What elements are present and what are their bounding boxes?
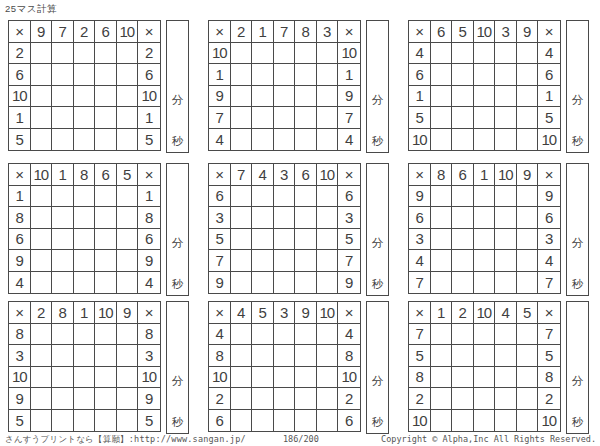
row-header-repeat-cell: 2 [338, 388, 360, 410]
row-header-repeat-cell: 5 [538, 345, 560, 367]
answer-cell [517, 272, 539, 294]
answer-cell [31, 272, 53, 294]
answer-cell [31, 250, 53, 272]
row-header-repeat-cell: 2 [538, 388, 560, 410]
answer-cell [274, 186, 296, 208]
row-header-cell: 7 [409, 324, 431, 346]
answer-cell [52, 64, 74, 86]
row-header-cell: 6 [409, 64, 431, 86]
seconds-label: 秒 [367, 415, 388, 430]
answer-cell [52, 388, 74, 410]
answer-cell [95, 324, 117, 346]
answer-cell [474, 410, 496, 432]
answer-cell [231, 250, 253, 272]
answer-cell [231, 229, 253, 251]
row-header-cell: 10 [9, 86, 31, 108]
answer-cell [474, 86, 496, 108]
col-header-cell: 1 [252, 21, 274, 43]
row-header-cell: 8 [209, 345, 231, 367]
answer-cell [31, 129, 53, 151]
answer-cell [452, 43, 474, 65]
row-header-repeat-cell: 9 [138, 388, 160, 410]
col-header-cell: 9 [117, 302, 139, 324]
answer-cell [252, 250, 274, 272]
time-box: 分 秒 [166, 163, 189, 296]
answer-cell [495, 186, 517, 208]
seconds-label: 秒 [567, 134, 588, 149]
row-header-cell: 7 [209, 250, 231, 272]
minutes-label: 分 [567, 93, 588, 108]
answer-cell [295, 345, 317, 367]
row-header-repeat-cell: 1 [538, 86, 560, 108]
multiplication-grid: ×651039×446611551010 [408, 20, 561, 151]
answer-cell [252, 64, 274, 86]
col-header-cell: 9 [517, 21, 539, 43]
answer-cell [252, 229, 274, 251]
answer-cell [231, 207, 253, 229]
answer-cell [452, 186, 474, 208]
drill-unit: ×651039×446611551010 分 秒 [408, 20, 590, 153]
time-box: 分 秒 [366, 163, 389, 296]
answer-cell [31, 43, 53, 65]
answer-cell [452, 410, 474, 432]
answer-cell [452, 250, 474, 272]
answer-cell [274, 345, 296, 367]
answer-cell [95, 367, 117, 389]
answer-cell [474, 207, 496, 229]
drill-unit: ×21783×101011997744 分 秒 [208, 20, 390, 153]
row-header-cell: 9 [9, 250, 31, 272]
answer-cell [95, 272, 117, 294]
operator-cell: × [9, 302, 31, 324]
answer-cell [117, 86, 139, 108]
row-header-repeat-cell: 6 [338, 186, 360, 208]
answer-cell [495, 207, 517, 229]
answer-cell [452, 272, 474, 294]
answer-cell [117, 367, 139, 389]
operator-cell: × [209, 21, 231, 43]
multiplication-grid: ×743610×6633557799 [208, 163, 361, 294]
answer-cell [517, 186, 539, 208]
seconds-label: 秒 [567, 277, 588, 292]
answer-cell [495, 86, 517, 108]
seconds-label: 秒 [167, 415, 188, 430]
seconds-label: 秒 [367, 134, 388, 149]
row-header-cell: 5 [409, 345, 431, 367]
operator-cell: × [138, 164, 160, 186]
time-box: 分 秒 [566, 301, 589, 434]
row-header-repeat-cell: 9 [138, 250, 160, 272]
answer-cell [295, 43, 317, 65]
site-link-text: さんすうプリントなら【算願】:http://www.sangan.jp/ [5, 434, 246, 446]
answer-cell [295, 250, 317, 272]
col-header-cell: 2 [31, 302, 53, 324]
row-header-repeat-cell: 6 [138, 64, 160, 86]
row-header-cell: 1 [9, 186, 31, 208]
row-header-repeat-cell: 4 [338, 324, 360, 346]
answer-cell [495, 367, 517, 389]
answer-cell [95, 107, 117, 129]
row-header-cell: 9 [209, 86, 231, 108]
answer-cell [431, 367, 453, 389]
answer-cell [517, 410, 539, 432]
answer-cell [495, 107, 517, 129]
answer-cell [431, 129, 453, 151]
answer-cell [495, 410, 517, 432]
answer-cell [517, 107, 539, 129]
col-header-cell: 5 [452, 21, 474, 43]
row-header-repeat-cell: 6 [538, 207, 560, 229]
answer-cell [495, 345, 517, 367]
row-header-repeat-cell: 10 [138, 367, 160, 389]
answer-cell [252, 207, 274, 229]
col-header-cell: 6 [431, 21, 453, 43]
row-header-repeat-cell: 1 [338, 64, 360, 86]
answer-cell [74, 229, 96, 251]
minutes-label: 分 [167, 236, 188, 251]
col-header-cell: 9 [31, 21, 53, 43]
answer-cell [231, 410, 253, 432]
seconds-label: 秒 [367, 277, 388, 292]
answer-cell [117, 324, 139, 346]
answer-cell [95, 250, 117, 272]
answer-cell [95, 129, 117, 151]
answer-cell [495, 229, 517, 251]
answer-cell [431, 43, 453, 65]
answer-cell [231, 129, 253, 151]
answer-cell [117, 388, 139, 410]
answer-cell [517, 129, 539, 151]
answer-cell [517, 367, 539, 389]
col-header-cell: 9 [295, 302, 317, 324]
row-header-repeat-cell: 6 [538, 64, 560, 86]
row-header-cell: 6 [209, 410, 231, 432]
answer-cell [517, 250, 539, 272]
answer-cell [452, 107, 474, 129]
row-header-cell: 2 [209, 388, 231, 410]
row-header-cell: 3 [209, 207, 231, 229]
col-header-cell: 10 [474, 21, 496, 43]
answer-cell [495, 272, 517, 294]
sheet-number: 186/200 [283, 434, 319, 444]
row-header-cell: 6 [209, 186, 231, 208]
row-header-cell: 3 [9, 345, 31, 367]
operator-cell: × [338, 302, 360, 324]
multiplication-grid: ×121045×775588221010 [408, 301, 561, 432]
row-header-cell: 5 [209, 229, 231, 251]
row-header-repeat-cell: 9 [338, 86, 360, 108]
answer-cell [31, 64, 53, 86]
col-header-cell: 10 [495, 164, 517, 186]
answer-cell [295, 272, 317, 294]
time-box: 分 秒 [366, 20, 389, 153]
col-header-cell: 8 [295, 21, 317, 43]
answer-cell [317, 272, 339, 294]
row-header-repeat-cell: 4 [538, 43, 560, 65]
row-header-repeat-cell: 2 [138, 43, 160, 65]
answer-cell [431, 207, 453, 229]
row-header-cell: 9 [209, 272, 231, 294]
row-header-cell: 4 [209, 129, 231, 151]
row-header-repeat-cell: 10 [138, 86, 160, 108]
answer-cell [74, 250, 96, 272]
col-header-cell: 7 [274, 21, 296, 43]
answer-cell [495, 129, 517, 151]
answer-cell [52, 229, 74, 251]
answer-cell [452, 324, 474, 346]
answer-cell [274, 250, 296, 272]
row-header-cell: 7 [409, 272, 431, 294]
row-header-cell: 7 [209, 107, 231, 129]
col-header-cell: 2 [74, 21, 96, 43]
time-box: 分 秒 [566, 20, 589, 153]
row-header-cell: 2 [9, 43, 31, 65]
col-header-cell: 6 [295, 164, 317, 186]
col-header-cell: 10 [95, 302, 117, 324]
answer-cell [474, 345, 496, 367]
row-header-cell: 2 [409, 388, 431, 410]
answer-cell [474, 367, 496, 389]
answer-cell [317, 186, 339, 208]
answer-cell [295, 64, 317, 86]
answer-cell [274, 43, 296, 65]
row-header-repeat-cell: 3 [338, 207, 360, 229]
answer-cell [452, 388, 474, 410]
page-title: 25マス計算 [5, 3, 57, 16]
answer-cell [52, 207, 74, 229]
col-header-cell: 1 [52, 164, 74, 186]
minutes-label: 分 [167, 374, 188, 389]
answer-cell [52, 272, 74, 294]
col-header-cell: 1 [474, 164, 496, 186]
answer-cell [31, 345, 53, 367]
answer-cell [452, 367, 474, 389]
answer-cell [95, 229, 117, 251]
answer-cell [74, 107, 96, 129]
time-box: 分 秒 [566, 163, 589, 296]
answer-cell [52, 324, 74, 346]
row-header-cell: 1 [209, 64, 231, 86]
time-box: 分 秒 [166, 301, 189, 434]
answer-cell [117, 107, 139, 129]
row-header-repeat-cell: 8 [338, 345, 360, 367]
answer-cell [474, 43, 496, 65]
drill-unit: ×861109×9966334477 分 秒 [408, 163, 590, 296]
answer-cell [517, 43, 539, 65]
time-box: 分 秒 [166, 20, 189, 153]
answer-cell [252, 345, 274, 367]
col-header-cell: 5 [517, 302, 539, 324]
row-header-repeat-cell: 7 [338, 107, 360, 129]
answer-cell [474, 64, 496, 86]
operator-cell: × [9, 164, 31, 186]
row-header-cell: 6 [9, 64, 31, 86]
answer-cell [52, 250, 74, 272]
answer-cell [317, 367, 339, 389]
row-header-repeat-cell: 10 [538, 410, 560, 432]
answer-cell [95, 207, 117, 229]
answer-cell [295, 229, 317, 251]
col-header-cell: 4 [231, 302, 253, 324]
answer-cell [295, 410, 317, 432]
col-header-cell: 2 [231, 21, 253, 43]
answer-cell [431, 324, 453, 346]
row-header-repeat-cell: 10 [338, 367, 360, 389]
row-header-repeat-cell: 10 [338, 43, 360, 65]
answer-cell [231, 324, 253, 346]
row-header-cell: 4 [9, 272, 31, 294]
answer-cell [317, 324, 339, 346]
time-box: 分 秒 [366, 301, 389, 434]
answer-cell [252, 324, 274, 346]
answer-cell [274, 207, 296, 229]
answer-cell [74, 345, 96, 367]
answer-cell [474, 272, 496, 294]
operator-cell: × [538, 164, 560, 186]
drill-unit: ×121045×775588221010 分 秒 [408, 301, 590, 434]
answer-cell [452, 229, 474, 251]
answer-cell [231, 388, 253, 410]
row-header-repeat-cell: 5 [338, 229, 360, 251]
answer-cell [31, 324, 53, 346]
answer-cell [317, 129, 339, 151]
row-header-cell: 1 [409, 86, 431, 108]
row-header-cell: 6 [9, 229, 31, 251]
answer-cell [31, 207, 53, 229]
col-header-cell: 10 [474, 302, 496, 324]
answer-cell [52, 345, 74, 367]
row-header-cell: 9 [409, 186, 431, 208]
answer-cell [295, 186, 317, 208]
answer-cell [495, 250, 517, 272]
col-header-cell: 10 [317, 164, 339, 186]
answer-cell [295, 107, 317, 129]
col-header-cell: 8 [431, 164, 453, 186]
operator-cell: × [409, 21, 431, 43]
answer-cell [517, 64, 539, 86]
row-header-repeat-cell: 8 [138, 207, 160, 229]
multiplication-grid: ×972610×226610101155 [8, 20, 161, 151]
col-header-cell: 3 [274, 164, 296, 186]
answer-cell [31, 367, 53, 389]
col-header-cell: 10 [117, 21, 139, 43]
answer-cell [95, 186, 117, 208]
answer-cell [74, 272, 96, 294]
answer-cell [74, 43, 96, 65]
answer-cell [117, 345, 139, 367]
answer-cell [474, 107, 496, 129]
row-header-cell: 10 [9, 367, 31, 389]
answer-cell [317, 43, 339, 65]
row-header-repeat-cell: 1 [138, 186, 160, 208]
answer-cell [431, 388, 453, 410]
col-header-cell: 8 [74, 164, 96, 186]
row-header-repeat-cell: 7 [538, 272, 560, 294]
row-header-cell: 3 [409, 229, 431, 251]
row-header-repeat-cell: 9 [338, 272, 360, 294]
col-header-cell: 6 [95, 21, 117, 43]
answer-cell [452, 207, 474, 229]
minutes-label: 分 [567, 236, 588, 251]
answer-cell [52, 86, 74, 108]
answer-cell [231, 107, 253, 129]
col-header-cell: 6 [95, 164, 117, 186]
answer-cell [117, 207, 139, 229]
answer-cell [317, 64, 339, 86]
answer-cell [117, 272, 139, 294]
row-header-repeat-cell: 7 [538, 324, 560, 346]
answer-cell [231, 367, 253, 389]
operator-cell: × [209, 302, 231, 324]
row-header-repeat-cell: 6 [338, 410, 360, 432]
row-header-repeat-cell: 4 [338, 129, 360, 151]
answer-cell [295, 86, 317, 108]
answer-cell [517, 229, 539, 251]
col-header-cell: 4 [495, 302, 517, 324]
row-header-cell: 9 [9, 388, 31, 410]
answer-cell [517, 86, 539, 108]
answer-cell [295, 129, 317, 151]
answer-cell [431, 107, 453, 129]
answer-cell [52, 367, 74, 389]
answer-cell [274, 129, 296, 151]
answer-cell [474, 229, 496, 251]
answer-cell [431, 229, 453, 251]
row-header-cell: 4 [409, 43, 431, 65]
answer-cell [495, 324, 517, 346]
col-header-cell: 10 [317, 302, 339, 324]
row-header-cell: 5 [9, 129, 31, 151]
answer-cell [31, 388, 53, 410]
multiplication-grid: ×21783×101011997744 [208, 20, 361, 151]
answer-cell [431, 272, 453, 294]
answer-cell [252, 186, 274, 208]
row-header-cell: 5 [409, 107, 431, 129]
answer-cell [295, 367, 317, 389]
col-header-cell: 1 [74, 302, 96, 324]
row-header-cell: 8 [409, 367, 431, 389]
operator-cell: × [538, 21, 560, 43]
answer-cell [295, 388, 317, 410]
answer-cell [74, 367, 96, 389]
answer-cell [274, 107, 296, 129]
answer-cell [252, 367, 274, 389]
operator-cell: × [409, 164, 431, 186]
row-header-cell: 8 [9, 207, 31, 229]
copyright: Copyright © Alpha,Inc All Rights Reserve… [381, 434, 596, 444]
answer-cell [231, 186, 253, 208]
seconds-label: 秒 [167, 134, 188, 149]
col-header-cell: 7 [52, 21, 74, 43]
row-header-repeat-cell: 5 [138, 129, 160, 151]
answer-cell [295, 324, 317, 346]
row-header-repeat-cell: 6 [138, 229, 160, 251]
minutes-label: 分 [567, 374, 588, 389]
row-header-cell: 10 [209, 43, 231, 65]
operator-cell: × [538, 302, 560, 324]
answer-cell [31, 186, 53, 208]
answer-cell [74, 388, 96, 410]
answer-cell [317, 207, 339, 229]
answer-cell [495, 388, 517, 410]
answer-cell [274, 367, 296, 389]
row-header-repeat-cell: 9 [538, 186, 560, 208]
minutes-label: 分 [367, 236, 388, 251]
answer-cell [117, 43, 139, 65]
answer-cell [74, 410, 96, 432]
answer-cell [474, 186, 496, 208]
answer-cell [52, 410, 74, 432]
